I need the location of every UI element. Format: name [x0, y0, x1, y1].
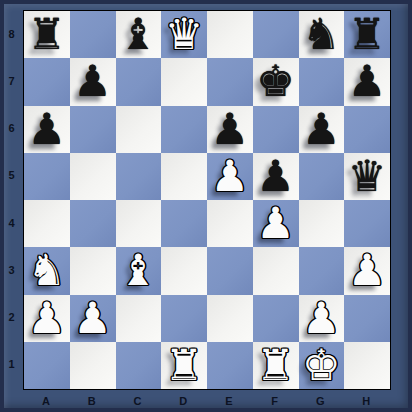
white-pawn[interactable]: ♟	[299, 295, 345, 342]
white-bishop[interactable]: ♝	[116, 247, 162, 294]
black-bishop[interactable]: ♝	[116, 11, 162, 58]
square-h5[interactable]: ♛	[344, 153, 390, 200]
square-f5[interactable]: ♟	[253, 153, 299, 200]
file-label-b: B	[69, 389, 115, 412]
rank-label-5: 5	[0, 152, 23, 199]
file-label-c: C	[115, 389, 161, 412]
square-h1[interactable]	[344, 342, 390, 389]
square-a7[interactable]	[24, 58, 70, 105]
square-a3[interactable]: ♞	[24, 247, 70, 294]
square-c7[interactable]	[116, 58, 162, 105]
square-f1[interactable]: ♜	[253, 342, 299, 389]
rank-label-1: 1	[0, 341, 23, 388]
square-g2[interactable]: ♟	[299, 295, 345, 342]
file-label-d: D	[160, 389, 206, 412]
white-pawn[interactable]: ♟	[24, 295, 70, 342]
file-label-h: H	[343, 389, 389, 412]
square-e7[interactable]	[207, 58, 253, 105]
square-d5[interactable]	[161, 153, 207, 200]
board-frame: 87654321 ABCDEFGH ♜♝♛♞♜♟♚♟♟♟♟♟♟♛♟♞♝♟♟♟♟♜…	[0, 0, 412, 412]
square-g8[interactable]: ♞	[299, 11, 345, 58]
square-b1[interactable]	[70, 342, 116, 389]
square-f6[interactable]	[253, 106, 299, 153]
square-b6[interactable]	[70, 106, 116, 153]
square-e5[interactable]: ♟	[207, 153, 253, 200]
square-h8[interactable]: ♜	[344, 11, 390, 58]
square-c2[interactable]	[116, 295, 162, 342]
rank-label-6: 6	[0, 105, 23, 152]
square-d8[interactable]: ♛	[161, 11, 207, 58]
square-f7[interactable]: ♚	[253, 58, 299, 105]
black-queen[interactable]: ♛	[344, 153, 390, 200]
rank-label-2: 2	[0, 294, 23, 341]
black-rook[interactable]: ♜	[344, 11, 390, 58]
square-g4[interactable]	[299, 200, 345, 247]
square-a1[interactable]	[24, 342, 70, 389]
square-e2[interactable]	[207, 295, 253, 342]
square-f8[interactable]	[253, 11, 299, 58]
white-pawn[interactable]: ♟	[344, 247, 390, 294]
square-d2[interactable]	[161, 295, 207, 342]
square-e1[interactable]	[207, 342, 253, 389]
square-g1[interactable]: ♚	[299, 342, 345, 389]
square-d4[interactable]	[161, 200, 207, 247]
file-label-f: F	[252, 389, 298, 412]
white-pawn[interactable]: ♟	[70, 295, 116, 342]
white-pawn[interactable]: ♟	[207, 153, 253, 200]
rank-label-8: 8	[0, 10, 23, 57]
square-c6[interactable]	[116, 106, 162, 153]
square-h3[interactable]: ♟	[344, 247, 390, 294]
square-d7[interactable]	[161, 58, 207, 105]
square-b3[interactable]	[70, 247, 116, 294]
square-f3[interactable]	[253, 247, 299, 294]
black-pawn[interactable]: ♟	[299, 106, 345, 153]
white-pawn[interactable]: ♟	[253, 200, 299, 247]
black-king[interactable]: ♚	[253, 58, 299, 105]
black-pawn[interactable]: ♟	[253, 153, 299, 200]
square-a6[interactable]: ♟	[24, 106, 70, 153]
square-e3[interactable]	[207, 247, 253, 294]
black-knight[interactable]: ♞	[299, 11, 345, 58]
white-knight[interactable]: ♞	[24, 247, 70, 294]
square-c4[interactable]	[116, 200, 162, 247]
square-b5[interactable]	[70, 153, 116, 200]
square-h2[interactable]	[344, 295, 390, 342]
rank-label-7: 7	[0, 57, 23, 104]
white-rook[interactable]: ♜	[161, 342, 207, 389]
file-label-g: G	[298, 389, 344, 412]
square-f4[interactable]: ♟	[253, 200, 299, 247]
black-rook[interactable]: ♜	[24, 11, 70, 58]
file-label-a: A	[23, 389, 69, 412]
square-b2[interactable]: ♟	[70, 295, 116, 342]
square-d6[interactable]	[161, 106, 207, 153]
square-g5[interactable]	[299, 153, 345, 200]
square-e8[interactable]	[207, 11, 253, 58]
rank-label-3: 3	[0, 246, 23, 293]
square-c8[interactable]: ♝	[116, 11, 162, 58]
chess-board: ♜♝♛♞♜♟♚♟♟♟♟♟♟♛♟♞♝♟♟♟♟♜♜♚	[23, 10, 391, 390]
square-a2[interactable]: ♟	[24, 295, 70, 342]
square-b7[interactable]: ♟	[70, 58, 116, 105]
square-c1[interactable]	[116, 342, 162, 389]
rank-label-4: 4	[0, 199, 23, 246]
square-d1[interactable]: ♜	[161, 342, 207, 389]
square-b8[interactable]	[70, 11, 116, 58]
white-queen[interactable]: ♛	[161, 11, 207, 58]
square-a8[interactable]: ♜	[24, 11, 70, 58]
square-e4[interactable]	[207, 200, 253, 247]
black-pawn[interactable]: ♟	[207, 106, 253, 153]
file-labels: ABCDEFGH	[23, 389, 389, 412]
rank-labels: 87654321	[0, 10, 23, 388]
square-g6[interactable]: ♟	[299, 106, 345, 153]
square-a5[interactable]	[24, 153, 70, 200]
square-g7[interactable]	[299, 58, 345, 105]
square-h4[interactable]	[344, 200, 390, 247]
black-pawn[interactable]: ♟	[24, 106, 70, 153]
square-f2[interactable]	[253, 295, 299, 342]
square-b4[interactable]	[70, 200, 116, 247]
square-e6[interactable]: ♟	[207, 106, 253, 153]
file-label-e: E	[206, 389, 252, 412]
white-rook[interactable]: ♜	[253, 342, 299, 389]
square-a4[interactable]	[24, 200, 70, 247]
white-king[interactable]: ♚	[299, 342, 345, 389]
square-c5[interactable]	[116, 153, 162, 200]
square-g3[interactable]	[299, 247, 345, 294]
black-pawn[interactable]: ♟	[70, 58, 116, 105]
square-h7[interactable]: ♟	[344, 58, 390, 105]
square-h6[interactable]	[344, 106, 390, 153]
black-pawn[interactable]: ♟	[344, 58, 390, 105]
square-c3[interactable]: ♝	[116, 247, 162, 294]
square-d3[interactable]	[161, 247, 207, 294]
